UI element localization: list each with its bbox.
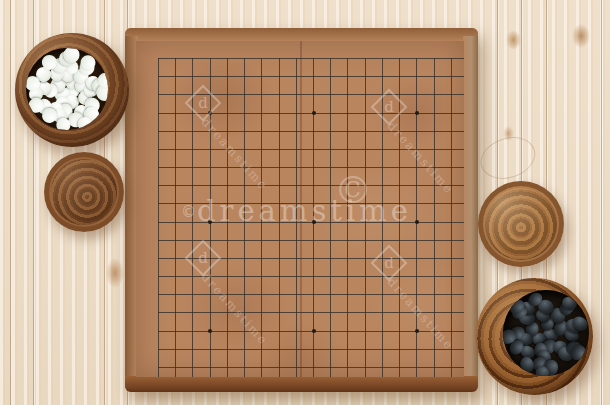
grid-line-vertical xyxy=(227,58,228,377)
hoshi-star-point xyxy=(415,111,419,115)
go-board-grid xyxy=(158,58,464,377)
black-stones-bowl-interior xyxy=(503,290,589,376)
grid-line-vertical xyxy=(279,58,280,377)
grid-line-vertical xyxy=(192,58,193,377)
go-board xyxy=(125,28,478,392)
hoshi-star-point xyxy=(208,111,212,115)
plank-seam xyxy=(601,0,602,405)
grid-line-horizontal xyxy=(158,240,464,241)
grid-line-vertical xyxy=(330,58,331,377)
grid-line-vertical xyxy=(244,58,245,377)
grid-line-horizontal xyxy=(158,203,464,204)
grid-line-vertical xyxy=(451,58,452,377)
grid-line-horizontal xyxy=(158,94,464,95)
grid-line-horizontal xyxy=(158,185,464,186)
photo-scene: © dreamstime © ddreamstimeddreamstimeddr… xyxy=(0,0,610,405)
grid-line-vertical xyxy=(261,58,262,377)
hoshi-star-point xyxy=(312,329,316,333)
hoshi-star-point xyxy=(312,111,316,115)
board-bottom-edge xyxy=(125,376,478,392)
bowl-lid-left xyxy=(44,152,124,232)
hoshi-star-point xyxy=(208,329,212,333)
grid-line-horizontal xyxy=(158,131,464,132)
wood-knot xyxy=(506,30,521,50)
wood-knot xyxy=(106,258,124,288)
grid-line-vertical xyxy=(399,58,400,377)
grid-line-vertical xyxy=(347,58,348,377)
grid-line-horizontal xyxy=(158,367,464,368)
grid-line-vertical xyxy=(158,58,159,377)
white-go-stone xyxy=(41,55,56,70)
grid-line-horizontal xyxy=(158,276,464,277)
white-go-stone xyxy=(64,48,80,63)
grid-line-horizontal xyxy=(158,149,464,150)
white-go-stone xyxy=(98,73,108,88)
bowl-lid-right xyxy=(478,181,564,267)
grid-line-horizontal xyxy=(158,312,464,313)
go-board-face xyxy=(136,41,464,377)
grid-line-horizontal xyxy=(158,294,464,295)
hoshi-star-point xyxy=(415,329,419,333)
grid-line-horizontal xyxy=(158,58,464,59)
board-top-edge xyxy=(125,28,478,42)
grid-line-horizontal xyxy=(158,76,464,77)
grid-line-horizontal xyxy=(158,258,464,259)
hoshi-star-point xyxy=(415,220,419,224)
grid-line-vertical xyxy=(296,58,297,377)
grid-line-vertical xyxy=(365,58,366,377)
grid-line-horizontal xyxy=(158,349,464,350)
grid-line-vertical xyxy=(434,58,435,377)
black-go-stone xyxy=(518,355,535,374)
grid-line-horizontal xyxy=(158,167,464,168)
hoshi-star-point xyxy=(208,220,212,224)
white-stones-bowl-interior xyxy=(26,48,108,130)
wood-knot xyxy=(572,24,590,48)
grid-line-vertical xyxy=(175,58,176,377)
hoshi-star-point xyxy=(312,220,316,224)
plank-seam xyxy=(10,0,11,405)
black-stones-bowl xyxy=(476,278,593,395)
white-stones-bowl xyxy=(15,33,129,147)
grid-line-vertical xyxy=(382,58,383,377)
